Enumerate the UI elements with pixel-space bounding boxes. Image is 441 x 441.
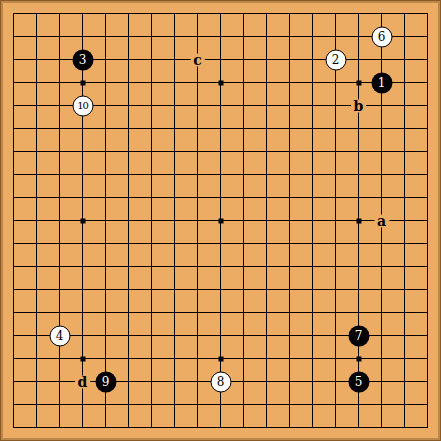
grid-line-horizontal (13, 13, 428, 14)
hoshi-star-point (80, 218, 85, 223)
white-stone-move-2: 2 (325, 49, 346, 70)
black-stone-move-7: 7 (348, 325, 369, 346)
grid-line-horizontal (13, 151, 428, 152)
grid-line-vertical (427, 13, 428, 428)
grid-line-horizontal (13, 174, 428, 175)
black-stone-move-3: 3 (72, 49, 93, 70)
hoshi-star-point (80, 356, 85, 361)
grid-line-horizontal (13, 197, 428, 198)
hoshi-star-point (356, 356, 361, 361)
grid-line-vertical (59, 13, 60, 428)
grid-line-vertical (197, 13, 198, 428)
grid-line-vertical (174, 13, 175, 428)
grid-line-horizontal (13, 128, 428, 129)
grid-line-horizontal (13, 266, 428, 267)
go-board: abcd12345678910 (0, 0, 441, 441)
grid-line-vertical (243, 13, 244, 428)
marked-point-a: a (374, 214, 389, 227)
grid-line-vertical (289, 13, 290, 428)
grid-line-vertical (151, 13, 152, 428)
black-stone-move-1: 1 (371, 72, 392, 93)
grid-line-vertical (36, 13, 37, 428)
hoshi-star-point (80, 80, 85, 85)
grid-line-horizontal (13, 243, 428, 244)
hoshi-star-point (218, 356, 223, 361)
grid-line-horizontal (13, 289, 428, 290)
hoshi-star-point (218, 218, 223, 223)
white-stone-move-4: 4 (49, 325, 70, 346)
grid-line-horizontal (13, 36, 428, 37)
grid-line-horizontal (13, 404, 428, 405)
hoshi-star-point (356, 218, 361, 223)
hoshi-star-point (218, 80, 223, 85)
grid-line-vertical (335, 13, 336, 428)
hoshi-star-point (356, 80, 361, 85)
grid-line-horizontal (13, 312, 428, 313)
grid-line-vertical (404, 13, 405, 428)
grid-line-vertical (13, 13, 14, 428)
grid-line-vertical (128, 13, 129, 428)
black-stone-move-5: 5 (348, 371, 369, 392)
black-stone-move-9: 9 (95, 371, 116, 392)
grid-line-vertical (105, 13, 106, 428)
marked-point-b: b (351, 99, 367, 112)
grid-line-vertical (266, 13, 267, 428)
white-stone-move-10: 10 (72, 95, 93, 116)
grid-line-horizontal (13, 427, 428, 428)
marked-point-d: d (75, 375, 91, 388)
white-stone-move-8: 8 (210, 371, 231, 392)
grid-line-vertical (312, 13, 313, 428)
white-stone-move-6: 6 (371, 26, 392, 47)
marked-point-c: c (190, 53, 205, 66)
